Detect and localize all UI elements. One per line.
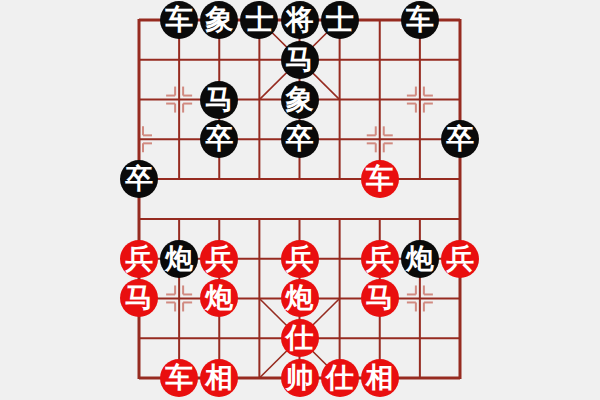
piece-red-horse[interactable]: 马 [120, 279, 158, 317]
piece-black-soldier[interactable]: 卒 [200, 120, 238, 158]
piece-red-horse[interactable]: 马 [361, 279, 399, 317]
piece-black-horse[interactable]: 马 [200, 81, 238, 119]
piece-red-rook[interactable]: 车 [160, 359, 198, 397]
piece-red-soldier[interactable]: 兵 [120, 240, 158, 278]
piece-red-cannon[interactable]: 炮 [281, 279, 319, 317]
piece-red-advisor[interactable]: 仕 [321, 359, 359, 397]
piece-black-rook[interactable]: 车 [401, 1, 439, 39]
piece-red-soldier[interactable]: 兵 [281, 240, 319, 278]
piece-black-cannon[interactable]: 炮 [401, 240, 439, 278]
piece-black-rook[interactable]: 车 [160, 1, 198, 39]
piece-black-soldier[interactable]: 卒 [120, 160, 158, 198]
board-pieces-layer: 车象士将士车马马象卒卒卒卒炮炮车兵兵兵兵兵马炮炮马仕车相帅仕相 [119, 0, 480, 398]
piece-black-soldier[interactable]: 卒 [281, 120, 319, 158]
piece-black-cannon[interactable]: 炮 [160, 240, 198, 278]
piece-red-cannon[interactable]: 炮 [200, 279, 238, 317]
piece-black-soldier[interactable]: 卒 [441, 120, 479, 158]
piece-red-soldier[interactable]: 兵 [441, 240, 479, 278]
piece-red-general[interactable]: 帅 [281, 359, 319, 397]
piece-black-elephant[interactable]: 象 [200, 1, 238, 39]
piece-black-general[interactable]: 将 [281, 1, 319, 39]
piece-red-rook[interactable]: 车 [361, 160, 399, 198]
piece-black-advisor[interactable]: 士 [240, 1, 278, 39]
piece-black-advisor[interactable]: 士 [321, 1, 359, 39]
piece-red-soldier[interactable]: 兵 [361, 240, 399, 278]
piece-black-horse[interactable]: 马 [281, 41, 319, 79]
xiangqi-board: 车象士将士车马马象卒卒卒卒炮炮车兵兵兵兵兵马炮炮马仕车相帅仕相 [0, 0, 600, 400]
piece-red-advisor[interactable]: 仕 [281, 319, 319, 357]
piece-red-elephant[interactable]: 相 [361, 359, 399, 397]
piece-red-elephant[interactable]: 相 [200, 359, 238, 397]
piece-red-soldier[interactable]: 兵 [200, 240, 238, 278]
piece-black-elephant[interactable]: 象 [281, 81, 319, 119]
